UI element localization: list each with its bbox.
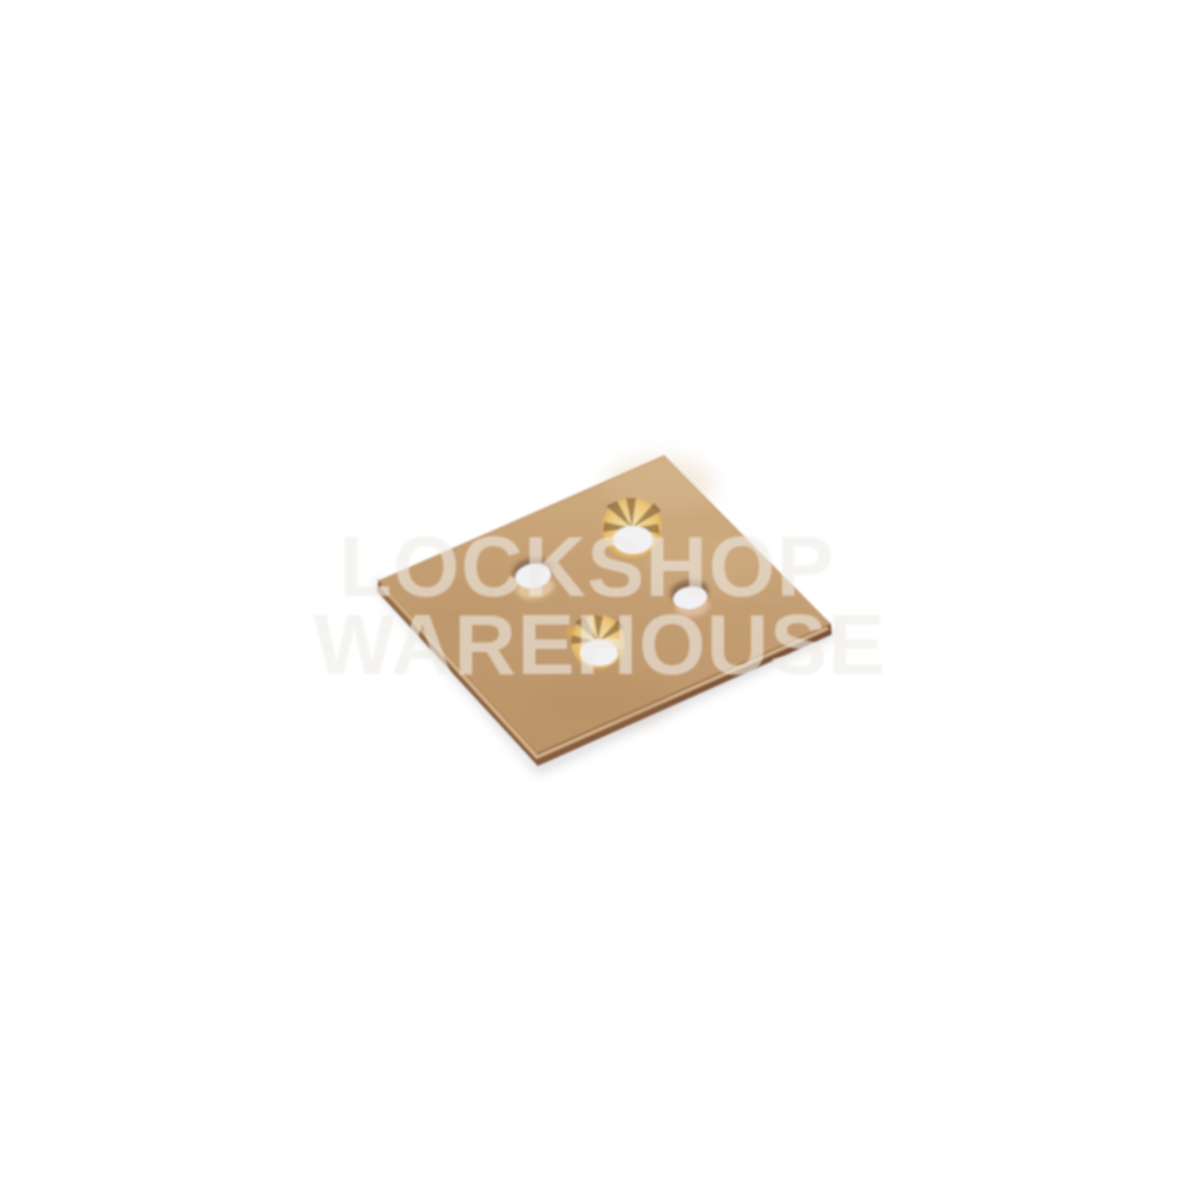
product-photo: LOCKSHOP WAREHOUSE [0,0,1200,1200]
watermark-line2: WAREHOUSE [314,596,887,692]
watermark: LOCKSHOP WAREHOUSE [314,518,887,692]
product-photo-canvas: LOCKSHOP WAREHOUSE [0,0,1200,1200]
